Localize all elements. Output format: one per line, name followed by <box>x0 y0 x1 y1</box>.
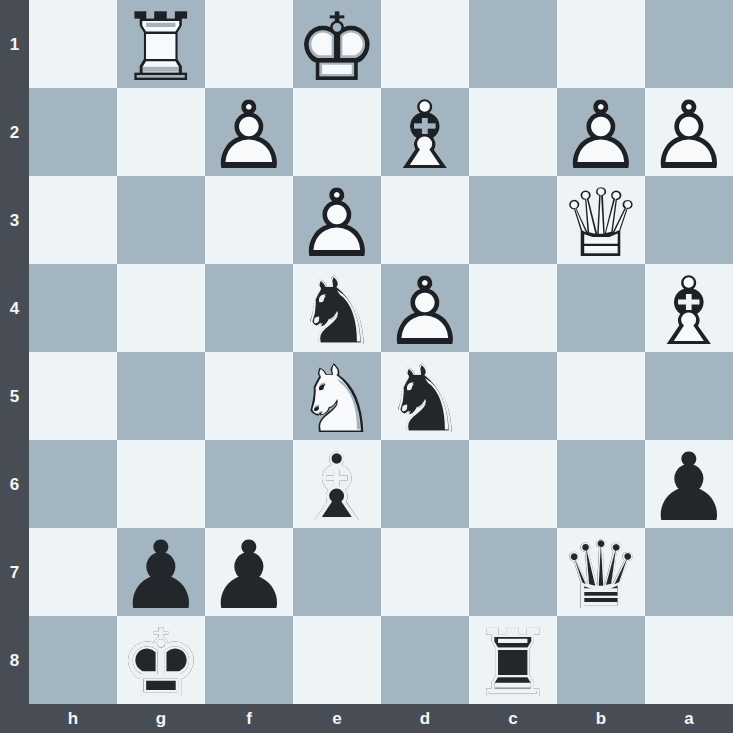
square-f7[interactable]: ♟ <box>205 528 293 616</box>
square-e5[interactable]: ♞♘ <box>293 352 381 440</box>
rank-label-4: 4 <box>0 264 29 352</box>
file-labels: hgfedcba <box>29 704 733 733</box>
rank-label-8: 8 <box>0 616 29 704</box>
rank-labels: 12345678 <box>0 0 29 704</box>
rank-label-5: 5 <box>0 352 29 440</box>
file-label-f: f <box>205 704 293 733</box>
white-rook-glyph: ♜ <box>119 1 203 95</box>
square-c1[interactable] <box>469 0 557 88</box>
square-d4[interactable]: ♟♙ <box>381 264 469 352</box>
white-pawn-glyph: ♟ <box>295 177 379 271</box>
square-a4[interactable]: ♝♗ <box>645 264 733 352</box>
square-f8[interactable] <box>205 616 293 704</box>
white-pawn-glyph: ♟ <box>559 89 643 183</box>
white-pawn-outline-glyph: ♙ <box>559 89 643 183</box>
square-e2[interactable] <box>293 88 381 176</box>
square-f2[interactable]: ♟♙ <box>205 88 293 176</box>
piece-white-pawn[interactable]: ♟♙ <box>557 88 645 176</box>
square-h6[interactable] <box>29 440 117 528</box>
piece-black-king[interactable]: ♚♔ <box>117 616 205 704</box>
square-g5[interactable] <box>117 352 205 440</box>
square-b5[interactable] <box>557 352 645 440</box>
square-b7[interactable]: ♛♕ <box>557 528 645 616</box>
square-f1[interactable] <box>205 0 293 88</box>
rank-label-6: 6 <box>0 440 29 528</box>
square-a8[interactable] <box>645 616 733 704</box>
file-label-g: g <box>117 704 205 733</box>
square-a7[interactable] <box>645 528 733 616</box>
file-label-c: c <box>469 704 557 733</box>
square-c4[interactable] <box>469 264 557 352</box>
black-king-outline-glyph: ♔ <box>119 617 203 711</box>
chess-board: ♜♖♚♔♟♙♝♗♟♙♟♙♟♙♛♕♞♘♟♙♝♗♞♘♞♘♝♗♟♟♟♛♕♚♔♜♖ <box>29 0 733 704</box>
square-g8[interactable]: ♚♔ <box>117 616 205 704</box>
piece-white-bishop[interactable]: ♝♗ <box>645 264 733 352</box>
square-d8[interactable] <box>381 616 469 704</box>
white-bishop-outline-glyph: ♗ <box>647 265 731 359</box>
square-e6[interactable]: ♝♗ <box>293 440 381 528</box>
square-b4[interactable] <box>557 264 645 352</box>
black-rook-glyph: ♜ <box>471 617 555 711</box>
white-pawn-glyph: ♟ <box>207 89 291 183</box>
black-rook-outline-glyph: ♖ <box>471 617 555 711</box>
white-pawn-glyph: ♟ <box>647 89 731 183</box>
white-bishop-glyph: ♝ <box>383 89 467 183</box>
square-b8[interactable] <box>557 616 645 704</box>
piece-white-king[interactable]: ♚♔ <box>293 0 381 88</box>
square-c8[interactable]: ♜♖ <box>469 616 557 704</box>
rank-label-7: 7 <box>0 528 29 616</box>
white-pawn-outline-glyph: ♙ <box>207 89 291 183</box>
square-h2[interactable] <box>29 88 117 176</box>
piece-white-knight[interactable]: ♞♘ <box>293 352 381 440</box>
white-bishop-outline-glyph: ♗ <box>383 89 467 183</box>
square-h8[interactable] <box>29 616 117 704</box>
square-a1[interactable] <box>645 0 733 88</box>
square-f4[interactable] <box>205 264 293 352</box>
piece-black-bishop[interactable]: ♝♗ <box>293 440 381 528</box>
black-pawn-glyph: ♟ <box>647 441 731 535</box>
white-bishop-glyph: ♝ <box>647 265 731 359</box>
white-queen-outline-glyph: ♕ <box>559 177 643 271</box>
square-e3[interactable]: ♟♙ <box>293 176 381 264</box>
square-e7[interactable] <box>293 528 381 616</box>
piece-white-pawn[interactable]: ♟♙ <box>293 176 381 264</box>
square-h3[interactable] <box>29 176 117 264</box>
piece-white-queen[interactable]: ♛♕ <box>557 176 645 264</box>
file-label-a: a <box>645 704 733 733</box>
white-pawn-glyph: ♟ <box>383 265 467 359</box>
square-e1[interactable]: ♚♔ <box>293 0 381 88</box>
piece-black-rook[interactable]: ♜♖ <box>469 616 557 704</box>
square-e4[interactable]: ♞♘ <box>293 264 381 352</box>
square-h1[interactable] <box>29 0 117 88</box>
rank-label-3: 3 <box>0 176 29 264</box>
square-d3[interactable] <box>381 176 469 264</box>
square-b2[interactable]: ♟♙ <box>557 88 645 176</box>
square-c2[interactable] <box>469 88 557 176</box>
square-d5[interactable]: ♞♘ <box>381 352 469 440</box>
black-knight-outline-glyph: ♘ <box>295 265 379 359</box>
white-pawn-outline-glyph: ♙ <box>295 177 379 271</box>
white-king-outline-glyph: ♔ <box>295 1 379 95</box>
square-a6[interactable]: ♟ <box>645 440 733 528</box>
board-frame: 12345678 ♜♖♚♔♟♙♝♗♟♙♟♙♟♙♛♕♞♘♟♙♝♗♞♘♞♘♝♗♟♟♟… <box>0 0 733 733</box>
square-c6[interactable] <box>469 440 557 528</box>
square-h5[interactable] <box>29 352 117 440</box>
square-g1[interactable]: ♜♖ <box>117 0 205 88</box>
white-knight-outline-glyph: ♘ <box>295 353 379 447</box>
piece-white-pawn[interactable]: ♟♙ <box>381 264 469 352</box>
white-pawn-outline-glyph: ♙ <box>647 89 731 183</box>
square-c7[interactable] <box>469 528 557 616</box>
black-king-glyph: ♚ <box>119 617 203 711</box>
black-knight-outline-glyph: ♘ <box>383 353 467 447</box>
square-f3[interactable] <box>205 176 293 264</box>
white-knight-glyph: ♞ <box>295 353 379 447</box>
square-g3[interactable] <box>117 176 205 264</box>
piece-white-rook[interactable]: ♜♖ <box>117 0 205 88</box>
white-rook-outline-glyph: ♖ <box>119 1 203 95</box>
piece-black-pawn[interactable]: ♟ <box>117 528 205 616</box>
square-g4[interactable] <box>117 264 205 352</box>
square-e8[interactable] <box>293 616 381 704</box>
black-knight-glyph: ♞ <box>383 353 467 447</box>
piece-white-pawn[interactable]: ♟♙ <box>205 88 293 176</box>
square-g6[interactable] <box>117 440 205 528</box>
file-label-h: h <box>29 704 117 733</box>
square-b1[interactable] <box>557 0 645 88</box>
black-pawn-glyph: ♟ <box>119 529 203 623</box>
square-b6[interactable] <box>557 440 645 528</box>
white-queen-glyph: ♛ <box>559 177 643 271</box>
file-label-d: d <box>381 704 469 733</box>
piece-black-pawn[interactable]: ♟ <box>205 528 293 616</box>
square-d1[interactable] <box>381 0 469 88</box>
square-f5[interactable] <box>205 352 293 440</box>
black-pawn-glyph: ♟ <box>207 529 291 623</box>
square-c5[interactable] <box>469 352 557 440</box>
black-bishop-glyph: ♝ <box>295 441 379 535</box>
square-g2[interactable] <box>117 88 205 176</box>
piece-black-knight[interactable]: ♞♘ <box>381 352 469 440</box>
piece-black-knight[interactable]: ♞♘ <box>293 264 381 352</box>
square-h7[interactable] <box>29 528 117 616</box>
square-h4[interactable] <box>29 264 117 352</box>
square-a3[interactable] <box>645 176 733 264</box>
black-queen-outline-glyph: ♕ <box>559 529 643 623</box>
white-king-glyph: ♚ <box>295 1 379 95</box>
black-knight-glyph: ♞ <box>295 265 379 359</box>
square-b3[interactable]: ♛♕ <box>557 176 645 264</box>
square-d6[interactable] <box>381 440 469 528</box>
square-a5[interactable] <box>645 352 733 440</box>
square-a2[interactable]: ♟♙ <box>645 88 733 176</box>
square-d7[interactable] <box>381 528 469 616</box>
file-label-b: b <box>557 704 645 733</box>
piece-white-pawn[interactable]: ♟♙ <box>645 88 733 176</box>
black-queen-glyph: ♛ <box>559 529 643 623</box>
piece-white-bishop[interactable]: ♝♗ <box>381 88 469 176</box>
white-pawn-outline-glyph: ♙ <box>383 265 467 359</box>
file-label-e: e <box>293 704 381 733</box>
piece-black-pawn[interactable]: ♟ <box>645 440 733 528</box>
rank-label-1: 1 <box>0 0 29 88</box>
square-f6[interactable] <box>205 440 293 528</box>
rank-label-2: 2 <box>0 88 29 176</box>
square-d2[interactable]: ♝♗ <box>381 88 469 176</box>
square-c3[interactable] <box>469 176 557 264</box>
black-bishop-outline-glyph: ♗ <box>295 441 379 535</box>
piece-black-queen[interactable]: ♛♕ <box>557 528 645 616</box>
square-g7[interactable]: ♟ <box>117 528 205 616</box>
